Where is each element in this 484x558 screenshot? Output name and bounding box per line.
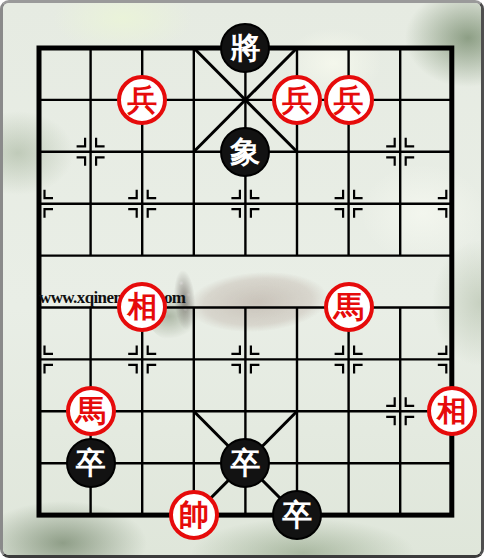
cell-f2r1: 兵 bbox=[116, 74, 168, 126]
piece-black-soldier-f1r8[interactable]: 卒 bbox=[66, 438, 116, 488]
piece-black-general-f4r0[interactable]: 將 bbox=[220, 23, 270, 73]
cell-f4r8: 卒 bbox=[220, 437, 272, 489]
cell-f6r5: 馬 bbox=[323, 282, 375, 334]
xiangqi-diagram: www.xqinenglish.com 將兵兵兵象相馬馬相卒卒帥卒 bbox=[0, 0, 484, 558]
board-grid[interactable]: 將兵兵兵象相馬馬相卒卒帥卒 bbox=[13, 22, 477, 541]
piece-red-horse-f6r5[interactable]: 馬 bbox=[324, 282, 374, 332]
piece-red-soldier-f5r1[interactable]: 兵 bbox=[272, 75, 322, 125]
piece-red-elephant-f8r7[interactable]: 相 bbox=[427, 386, 477, 436]
piece-red-soldier-f6r1[interactable]: 兵 bbox=[324, 75, 374, 125]
cell-f3r9: 帥 bbox=[168, 489, 220, 541]
cell-f1r8: 卒 bbox=[65, 437, 117, 489]
piece-red-soldier-f2r1[interactable]: 兵 bbox=[117, 75, 167, 125]
cell-f5r9: 卒 bbox=[271, 489, 323, 541]
cell-f4r0: 將 bbox=[220, 22, 272, 74]
piece-red-elephant-f2r5[interactable]: 相 bbox=[117, 282, 167, 332]
piece-black-soldier-f5r9[interactable]: 卒 bbox=[272, 490, 322, 540]
cell-f1r7: 馬 bbox=[65, 385, 117, 437]
piece-red-general-f3r9[interactable]: 帥 bbox=[169, 490, 219, 540]
cell-f6r1: 兵 bbox=[323, 74, 375, 126]
cell-f4r2: 象 bbox=[220, 126, 272, 178]
piece-red-horse-f1r7[interactable]: 馬 bbox=[66, 386, 116, 436]
cell-f2r5: 相 bbox=[116, 282, 168, 334]
piece-black-soldier-f4r8[interactable]: 卒 bbox=[220, 438, 270, 488]
cell-f8r7: 相 bbox=[426, 385, 478, 437]
piece-black-elephant-f4r2[interactable]: 象 bbox=[220, 127, 270, 177]
cell-f5r1: 兵 bbox=[271, 74, 323, 126]
